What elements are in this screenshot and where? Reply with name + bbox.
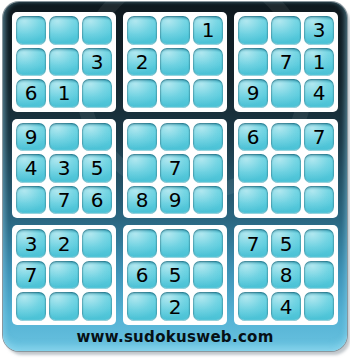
sudoku-cell-r3c2[interactable]: 1 <box>49 79 79 108</box>
sudoku-cell-r5c2[interactable]: 3 <box>49 154 79 183</box>
sudoku-box-7: 327 <box>12 225 116 325</box>
sudoku-cell-r9c2[interactable] <box>49 292 79 321</box>
sudoku-box-9: 7584 <box>234 225 338 325</box>
sudoku-cell-r2c6[interactable] <box>193 48 223 77</box>
sudoku-cell-r2c9[interactable]: 1 <box>304 48 334 77</box>
sudoku-cell-r7c8[interactable]: 5 <box>271 229 301 258</box>
sudoku-board: 3611237194943576789673276527584 www.sudo… <box>3 2 347 351</box>
sudoku-cell-r9c4[interactable] <box>127 292 157 321</box>
sudoku-cell-r4c1[interactable]: 9 <box>16 123 46 152</box>
sudoku-cell-r8c5[interactable]: 5 <box>160 261 190 290</box>
sudoku-box-8: 652 <box>123 225 227 325</box>
site-url: www.sudokusweb.com <box>3 326 347 348</box>
sudoku-cell-r4c5[interactable] <box>160 123 190 152</box>
sudoku-cell-r1c1[interactable] <box>16 16 46 45</box>
sudoku-cell-r1c2[interactable] <box>49 16 79 45</box>
sudoku-cell-r8c2[interactable] <box>49 261 79 290</box>
sudoku-cell-r7c4[interactable] <box>127 229 157 258</box>
page: 3611237194943576789673276527584 www.sudo… <box>0 0 350 360</box>
sudoku-cell-r8c1[interactable]: 7 <box>16 261 46 290</box>
sudoku-box-6: 67 <box>234 119 338 219</box>
sudoku-cell-r5c6[interactable] <box>193 154 223 183</box>
sudoku-box-3: 37194 <box>234 12 338 112</box>
sudoku-cell-r8c9[interactable] <box>304 261 334 290</box>
sudoku-cell-r8c3[interactable] <box>82 261 112 290</box>
sudoku-cell-r1c8[interactable] <box>271 16 301 45</box>
sudoku-cell-r6c3[interactable]: 6 <box>82 186 112 215</box>
sudoku-cell-r2c1[interactable] <box>16 48 46 77</box>
sudoku-cell-r2c7[interactable] <box>238 48 268 77</box>
sudoku-box-4: 943576 <box>12 119 116 219</box>
sudoku-cell-r7c9[interactable] <box>304 229 334 258</box>
sudoku-cell-r8c8[interactable]: 8 <box>271 261 301 290</box>
sudoku-cell-r7c2[interactable]: 2 <box>49 229 79 258</box>
sudoku-cell-r8c6[interactable] <box>193 261 223 290</box>
sudoku-cell-r3c3[interactable] <box>82 79 112 108</box>
sudoku-cell-r5c9[interactable] <box>304 154 334 183</box>
sudoku-cell-r6c8[interactable] <box>271 186 301 215</box>
sudoku-cell-r2c3[interactable]: 3 <box>82 48 112 77</box>
sudoku-cell-r7c5[interactable] <box>160 229 190 258</box>
sudoku-cell-r2c5[interactable] <box>160 48 190 77</box>
sudoku-cell-r3c6[interactable] <box>193 79 223 108</box>
sudoku-cell-r9c5[interactable]: 2 <box>160 292 190 321</box>
sudoku-cell-r1c6[interactable]: 1 <box>193 16 223 45</box>
sudoku-cell-r4c6[interactable] <box>193 123 223 152</box>
sudoku-cell-r2c4[interactable]: 2 <box>127 48 157 77</box>
sudoku-grid: 3611237194943576789673276527584 <box>12 12 338 325</box>
sudoku-cell-r9c1[interactable] <box>16 292 46 321</box>
sudoku-cell-r6c6[interactable] <box>193 186 223 215</box>
sudoku-cell-r8c7[interactable] <box>238 261 268 290</box>
sudoku-cell-r5c4[interactable] <box>127 154 157 183</box>
sudoku-cell-r3c7[interactable]: 9 <box>238 79 268 108</box>
sudoku-cell-r9c8[interactable]: 4 <box>271 292 301 321</box>
sudoku-cell-r1c5[interactable] <box>160 16 190 45</box>
sudoku-cell-r5c8[interactable] <box>271 154 301 183</box>
sudoku-cell-r8c4[interactable]: 6 <box>127 261 157 290</box>
sudoku-cell-r7c1[interactable]: 3 <box>16 229 46 258</box>
sudoku-cell-r1c3[interactable] <box>82 16 112 45</box>
sudoku-cell-r7c7[interactable]: 7 <box>238 229 268 258</box>
sudoku-cell-r2c2[interactable] <box>49 48 79 77</box>
sudoku-cell-r6c4[interactable]: 8 <box>127 186 157 215</box>
sudoku-cell-r9c9[interactable] <box>304 292 334 321</box>
sudoku-cell-r7c6[interactable] <box>193 229 223 258</box>
sudoku-box-5: 789 <box>123 119 227 219</box>
sudoku-cell-r1c4[interactable] <box>127 16 157 45</box>
sudoku-cell-r1c7[interactable] <box>238 16 268 45</box>
sudoku-cell-r6c5[interactable]: 9 <box>160 186 190 215</box>
sudoku-cell-r6c7[interactable] <box>238 186 268 215</box>
sudoku-cell-r6c1[interactable] <box>16 186 46 215</box>
sudoku-cell-r4c3[interactable] <box>82 123 112 152</box>
sudoku-cell-r1c9[interactable]: 3 <box>304 16 334 45</box>
sudoku-cell-r7c3[interactable] <box>82 229 112 258</box>
sudoku-cell-r4c7[interactable]: 6 <box>238 123 268 152</box>
sudoku-cell-r3c1[interactable]: 6 <box>16 79 46 108</box>
sudoku-cell-r9c6[interactable] <box>193 292 223 321</box>
sudoku-cell-r3c5[interactable] <box>160 79 190 108</box>
sudoku-cell-r5c1[interactable]: 4 <box>16 154 46 183</box>
sudoku-cell-r5c3[interactable]: 5 <box>82 154 112 183</box>
sudoku-box-2: 12 <box>123 12 227 112</box>
sudoku-cell-r9c3[interactable] <box>82 292 112 321</box>
sudoku-cell-r6c9[interactable] <box>304 186 334 215</box>
sudoku-cell-r5c7[interactable] <box>238 154 268 183</box>
sudoku-cell-r6c2[interactable]: 7 <box>49 186 79 215</box>
sudoku-cell-r4c9[interactable]: 7 <box>304 123 334 152</box>
sudoku-cell-r3c9[interactable]: 4 <box>304 79 334 108</box>
sudoku-cell-r4c2[interactable] <box>49 123 79 152</box>
sudoku-cell-r5c5[interactable]: 7 <box>160 154 190 183</box>
sudoku-cell-r3c4[interactable] <box>127 79 157 108</box>
sudoku-cell-r9c7[interactable] <box>238 292 268 321</box>
sudoku-box-1: 361 <box>12 12 116 112</box>
sudoku-cell-r2c8[interactable]: 7 <box>271 48 301 77</box>
sudoku-cell-r4c8[interactable] <box>271 123 301 152</box>
sudoku-cell-r4c4[interactable] <box>127 123 157 152</box>
sudoku-cell-r3c8[interactable] <box>271 79 301 108</box>
